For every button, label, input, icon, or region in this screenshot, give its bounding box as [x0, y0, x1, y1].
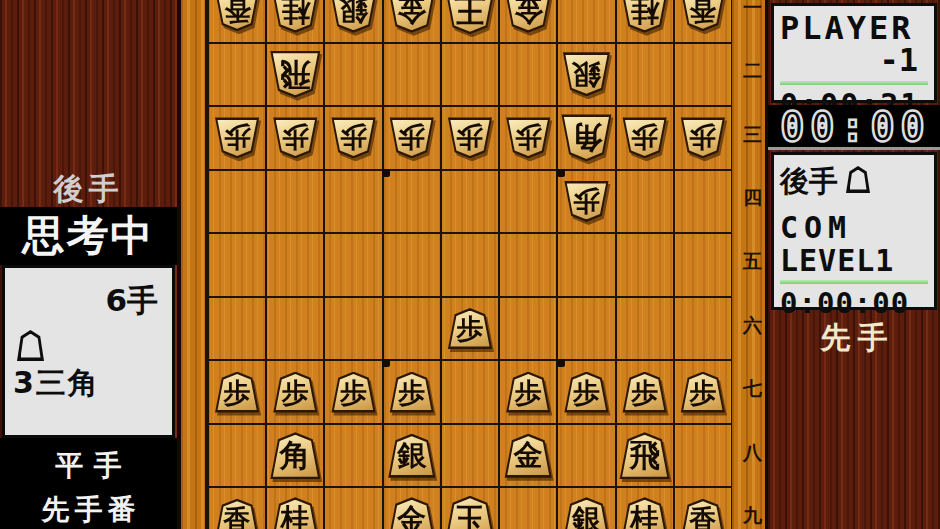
cell-4-5[interactable] — [499, 233, 557, 297]
cell-4-9[interactable] — [499, 487, 557, 529]
piece-body: 桂 — [621, 0, 669, 33]
cell-7-5[interactable] — [324, 233, 382, 297]
piece-body: 金 — [388, 0, 436, 33]
piece-body: 歩 — [331, 372, 376, 413]
shogi-piece-gote[interactable]: 歩 — [331, 117, 376, 158]
cell-6-5[interactable] — [383, 233, 441, 297]
cell-4-1[interactable]: 金 — [499, 0, 557, 43]
cell-6-8[interactable]: 銀 — [383, 424, 441, 488]
shogi-piece-gote[interactable]: 銀 — [330, 0, 378, 33]
left-status-panel: 後手 思考中 6手 3三角 平手 先手番 — [0, 0, 177, 529]
piece-body: 歩 — [273, 372, 318, 413]
gote-turn-label: 後手 — [0, 169, 177, 210]
cell-3-8[interactable] — [557, 424, 615, 488]
piece-body: 歩 — [680, 117, 725, 158]
piece-body: 歩 — [447, 308, 492, 349]
piece-body: 香 — [680, 499, 725, 529]
cell-9-8[interactable] — [208, 424, 266, 488]
piece-body: 歩 — [215, 117, 260, 158]
cell-7-9[interactable] — [324, 487, 382, 529]
piece-body: 歩 — [389, 117, 434, 158]
piece-body: 歩 — [215, 372, 260, 413]
cell-4-6[interactable] — [499, 297, 557, 361]
shogi-game-screen: 後手 思考中 6手 3三角 平手 先手番 香桂銀金王金桂香飛銀歩歩歩歩歩歩角歩歩… — [0, 0, 940, 529]
cell-4-4[interactable] — [499, 170, 557, 234]
cell-4-7[interactable]: 歩 — [499, 360, 557, 424]
move-number: 6手 — [13, 280, 164, 322]
com-label: COM — [780, 210, 928, 245]
cell-2-2[interactable] — [616, 43, 674, 107]
shogi-piece-sente[interactable]: 歩 — [273, 372, 318, 413]
shogi-piece-sente[interactable]: 飛 — [619, 432, 670, 479]
piece-body: 金 — [504, 434, 552, 478]
cell-9-6[interactable] — [208, 297, 266, 361]
cell-5-5[interactable] — [441, 233, 499, 297]
piece-body: 桂 — [271, 0, 319, 33]
cell-7-8[interactable] — [324, 424, 382, 488]
cell-5-1[interactable]: 王 — [441, 0, 499, 43]
cell-3-1[interactable] — [557, 0, 615, 43]
piece-body: 銀 — [562, 497, 610, 529]
rank-label-3: 三 — [743, 122, 762, 148]
rank-label-7: 七 — [743, 376, 762, 402]
cell-9-9[interactable]: 香 — [208, 487, 266, 529]
cell-1-9[interactable]: 香 — [674, 487, 732, 529]
cell-1-6[interactable] — [674, 297, 732, 361]
cell-5-7[interactable] — [441, 360, 499, 424]
cell-5-2[interactable] — [441, 43, 499, 107]
move-clock: 00:00 — [768, 105, 940, 150]
cell-7-3[interactable]: 歩 — [324, 106, 382, 170]
shogi-piece-sente[interactable]: 歩 — [447, 308, 492, 349]
cell-2-4[interactable] — [616, 170, 674, 234]
cell-5-9[interactable]: 玉 — [441, 487, 499, 529]
cell-3-4[interactable]: 歩 — [557, 170, 615, 234]
shogi-piece-sente[interactable]: 銀 — [562, 497, 610, 529]
cell-8-4[interactable] — [266, 170, 324, 234]
cell-7-4[interactable] — [324, 170, 382, 234]
cell-1-8[interactable] — [674, 424, 732, 488]
piece-body: 飛 — [270, 51, 321, 98]
shogi-piece-gote[interactable]: 歩 — [447, 117, 492, 158]
piece-body: 歩 — [447, 117, 492, 158]
piece-body: 歩 — [331, 117, 376, 158]
piece-body: 金 — [504, 0, 552, 33]
shogi-piece-sente[interactable]: 玉 — [444, 496, 495, 529]
piece-body: 角 — [270, 432, 321, 479]
cell-8-7[interactable]: 歩 — [266, 360, 324, 424]
piece-body: 王 — [444, 0, 495, 34]
piece-body: 銀 — [562, 52, 610, 96]
shogi-piece-gote[interactable]: 歩 — [564, 181, 609, 222]
shogi-piece-sente[interactable]: 角 — [270, 432, 321, 479]
shogi-piece-sente[interactable]: 金 — [388, 497, 436, 529]
cell-8-6[interactable] — [266, 297, 324, 361]
piece-body: 香 — [215, 499, 260, 529]
piece-body: 角 — [561, 114, 612, 161]
shogi-piece-gote[interactable]: 歩 — [506, 117, 551, 158]
cell-7-7[interactable]: 歩 — [324, 360, 382, 424]
cell-9-4[interactable] — [208, 170, 266, 234]
piece-body: 歩 — [680, 372, 725, 413]
piece-body: 銀 — [330, 0, 378, 33]
last-move-text: 3三角 — [13, 363, 164, 404]
piece-body: 歩 — [622, 372, 667, 413]
piece-body: 桂 — [271, 497, 319, 529]
piece-body: 金 — [388, 497, 436, 529]
shogi-piece-gote[interactable]: 角 — [561, 114, 612, 161]
shogi-piece-gote[interactable]: 香 — [215, 0, 260, 31]
cell-8-5[interactable] — [266, 233, 324, 297]
shogi-piece-gote[interactable]: 銀 — [562, 52, 610, 96]
cell-3-3[interactable]: 角 — [557, 106, 615, 170]
rank-label-2: 二 — [743, 58, 762, 84]
cell-4-8[interactable]: 金 — [499, 424, 557, 488]
shogi-piece-gote[interactable]: 香 — [680, 0, 725, 31]
piece-body: 歩 — [389, 372, 434, 413]
handicap-label: 平手 — [0, 447, 177, 485]
hoshi-dot — [382, 169, 390, 177]
cell-3-9[interactable]: 銀 — [557, 487, 615, 529]
shogi-piece-gote[interactable]: 飛 — [270, 51, 321, 98]
shogi-piece-gote[interactable]: 歩 — [215, 117, 260, 158]
cell-6-9[interactable]: 金 — [383, 487, 441, 529]
hoshi-dot — [557, 359, 565, 367]
cell-9-2[interactable] — [208, 43, 266, 107]
shogi-piece-sente[interactable]: 香 — [680, 499, 725, 529]
shogi-piece-gote[interactable]: 桂 — [621, 0, 669, 33]
shogi-piece-gote[interactable]: 歩 — [622, 117, 667, 158]
cell-2-1[interactable]: 桂 — [616, 0, 674, 43]
piece-body: 歩 — [506, 117, 551, 158]
cell-8-3[interactable]: 歩 — [266, 106, 324, 170]
board-frame-left — [177, 0, 205, 529]
cell-6-6[interactable] — [383, 297, 441, 361]
cell-8-8[interactable]: 角 — [266, 424, 324, 488]
board-frame-right: 一二三四五六七八九 — [732, 0, 765, 529]
piece-body: 銀 — [388, 434, 436, 478]
shogi-piece-gote[interactable]: 桂 — [271, 0, 319, 33]
shogi-piece-sente[interactable]: 歩 — [506, 372, 551, 413]
thinking-status: 思考中 — [0, 207, 177, 265]
piece-body: 歩 — [506, 372, 551, 413]
cell-9-3[interactable]: 歩 — [208, 106, 266, 170]
cell-1-1[interactable]: 香 — [674, 0, 732, 43]
gote-koma-icon — [17, 330, 44, 361]
cell-5-3[interactable]: 歩 — [441, 106, 499, 170]
hoshi-dot — [557, 169, 565, 177]
cell-9-5[interactable] — [208, 233, 266, 297]
rank-label-1: 一 — [743, 0, 762, 21]
piece-body: 飛 — [619, 432, 670, 479]
gote-koma-icon — [846, 166, 870, 193]
cell-5-4[interactable] — [441, 170, 499, 234]
shogi-piece-gote[interactable]: 王 — [444, 0, 495, 34]
hoshi-dot — [382, 359, 390, 367]
shogi-piece-gote[interactable]: 歩 — [680, 117, 725, 158]
cell-6-7[interactable]: 歩 — [383, 360, 441, 424]
com-side-label: 後手 — [780, 162, 928, 202]
cell-3-2[interactable]: 銀 — [557, 43, 615, 107]
com-info-box: 後手 COM LEVEL1 0:00:00 — [771, 152, 937, 310]
shogi-piece-sente[interactable]: 歩 — [331, 372, 376, 413]
cell-2-9[interactable]: 桂 — [616, 487, 674, 529]
piece-body: 歩 — [564, 181, 609, 222]
piece-body: 香 — [215, 0, 260, 31]
cell-6-2[interactable] — [383, 43, 441, 107]
com-level: LEVEL1 — [780, 243, 928, 278]
green-divider — [780, 280, 928, 284]
shogi-piece-sente[interactable]: 歩 — [389, 372, 434, 413]
piece-body: 桂 — [621, 497, 669, 529]
piece-body: 香 — [680, 0, 725, 31]
shogi-piece-sente[interactable]: 銀 — [388, 434, 436, 478]
shogi-piece-gote[interactable]: 金 — [504, 0, 552, 33]
cell-1-5[interactable] — [674, 233, 732, 297]
shogi-piece-gote[interactable]: 歩 — [389, 117, 434, 158]
cell-6-3[interactable]: 歩 — [383, 106, 441, 170]
shogi-piece-sente[interactable]: 歩 — [215, 372, 260, 413]
shogi-piece-sente[interactable]: 桂 — [271, 497, 319, 529]
cell-9-1[interactable]: 香 — [208, 0, 266, 43]
shogi-piece-sente[interactable]: 歩 — [622, 372, 667, 413]
sente-side-label: 先手 — [768, 318, 940, 359]
cell-7-6[interactable] — [324, 297, 382, 361]
cell-8-2[interactable]: 飛 — [266, 43, 324, 107]
piece-body: 歩 — [273, 117, 318, 158]
right-clock-panel: PLAYER -1 0:00:21 00:00 後手 COM LEVEL1 0:… — [765, 0, 940, 529]
cell-6-4[interactable] — [383, 170, 441, 234]
player-info-box: PLAYER -1 0:00:21 — [771, 3, 937, 103]
cell-1-2[interactable] — [674, 43, 732, 107]
cell-6-1[interactable]: 金 — [383, 0, 441, 43]
cell-7-2[interactable] — [324, 43, 382, 107]
cell-1-3[interactable]: 歩 — [674, 106, 732, 170]
game-setup-panel: 平手 先手番 — [0, 438, 177, 529]
cell-2-5[interactable] — [616, 233, 674, 297]
shogi-piece-gote[interactable]: 歩 — [273, 117, 318, 158]
piece-body: 歩 — [622, 117, 667, 158]
cell-2-8[interactable]: 飛 — [616, 424, 674, 488]
cell-3-7[interactable]: 歩 — [557, 360, 615, 424]
cell-3-6[interactable] — [557, 297, 615, 361]
cell-7-1[interactable]: 銀 — [324, 0, 382, 43]
cell-8-1[interactable]: 桂 — [266, 0, 324, 43]
cell-3-5[interactable] — [557, 233, 615, 297]
cell-2-7[interactable]: 歩 — [616, 360, 674, 424]
cell-2-6[interactable] — [616, 297, 674, 361]
piece-body: 歩 — [564, 372, 609, 413]
cell-5-6[interactable]: 歩 — [441, 297, 499, 361]
piece-body: 玉 — [444, 496, 495, 529]
com-total-time: 0:00:00 — [780, 286, 928, 320]
cell-2-3[interactable]: 歩 — [616, 106, 674, 170]
cell-8-9[interactable]: 桂 — [266, 487, 324, 529]
shogi-piece-sente[interactable]: 香 — [215, 499, 260, 529]
rank-label-5: 五 — [743, 249, 762, 275]
cell-1-7[interactable]: 歩 — [674, 360, 732, 424]
cell-4-3[interactable]: 歩 — [499, 106, 557, 170]
shogi-piece-sente[interactable]: 桂 — [621, 497, 669, 529]
rank-label-6: 六 — [743, 313, 762, 339]
last-move-box: 6手 3三角 — [2, 265, 175, 438]
cell-4-2[interactable] — [499, 43, 557, 107]
green-divider — [780, 81, 928, 85]
shogi-piece-sente[interactable]: 歩 — [564, 372, 609, 413]
shogi-board: 香桂銀金王金桂香飛銀歩歩歩歩歩歩角歩歩歩歩歩歩歩歩歩歩歩歩角銀金飛香桂金玉銀桂香 — [205, 0, 735, 529]
cell-1-4[interactable] — [674, 170, 732, 234]
shogi-piece-sente[interactable]: 金 — [504, 434, 552, 478]
shogi-piece-gote[interactable]: 金 — [388, 0, 436, 33]
first-move-label: 先手番 — [0, 491, 177, 529]
cell-5-8[interactable] — [441, 424, 499, 488]
rank-label-8: 八 — [743, 440, 762, 466]
shogi-piece-sente[interactable]: 歩 — [680, 372, 725, 413]
rank-label-4: 四 — [743, 185, 762, 211]
cell-9-7[interactable]: 歩 — [208, 360, 266, 424]
rank-label-9: 九 — [743, 503, 762, 529]
